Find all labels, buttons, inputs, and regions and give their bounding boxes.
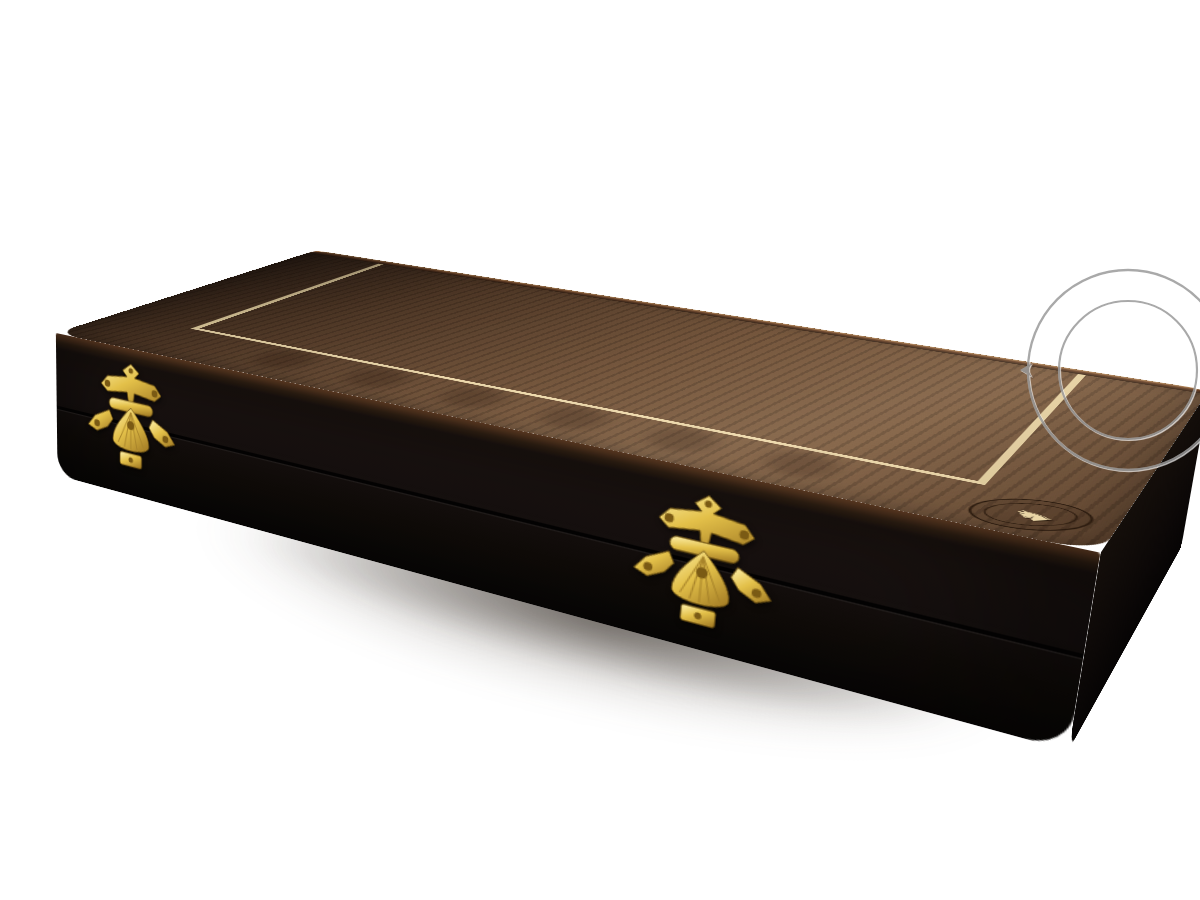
latch-left-icon (78, 351, 187, 486)
latch-center-icon (614, 474, 800, 653)
product-photo-canvas: ♞ (0, 0, 1200, 900)
watermark-stamp (1008, 250, 1200, 490)
scene: ♞ (104, 104, 1095, 616)
